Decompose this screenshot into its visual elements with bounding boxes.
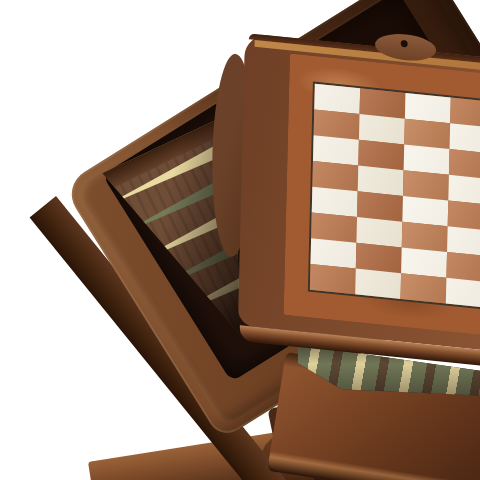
chessboard-burl-border: [284, 53, 480, 356]
chess-square-c1-empty: [400, 273, 446, 303]
chess-square-a1-empty: [310, 264, 356, 294]
chess-square-d1-empty: [446, 278, 480, 308]
chess-square-b1-empty: [355, 269, 401, 299]
game-table-photo: Overhead-angle product photo of a handcr…: [0, 0, 480, 480]
chessboard-top: [238, 33, 480, 390]
chessboard-grid: [308, 82, 480, 329]
slab-edge-hole: [401, 40, 408, 48]
